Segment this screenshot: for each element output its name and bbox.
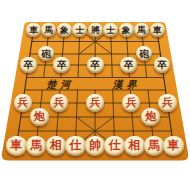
piece-black-cannon[interactable]: 砲 [136,46,152,61]
piece-label: 兵 [162,97,173,108]
piece-label: 兵 [17,97,28,108]
piece-black-soldier[interactable]: 卒 [20,57,37,72]
piece-black-advisor[interactable]: 士 [72,23,87,37]
piece-label: 車 [153,25,162,34]
piece-red-elephant[interactable]: 相 [46,136,67,155]
pieces-layer: 車馬象士將士象馬車砲砲卒卒卒卒卒兵兵兵兵兵炮炮車馬相仕帥仕相馬車 [0,0,190,190]
piece-red-soldier[interactable]: 兵 [122,94,140,111]
piece-black-elephant[interactable]: 象 [119,23,134,37]
piece-black-soldier[interactable]: 卒 [87,57,104,72]
piece-label: 仕 [69,140,81,152]
piece-red-general[interactable]: 帥 [85,136,106,155]
piece-black-horse[interactable]: 馬 [134,23,149,37]
piece-black-general[interactable]: 將 [88,23,103,37]
piece-red-soldier[interactable]: 兵 [86,94,104,111]
piece-red-chariot[interactable]: 車 [163,136,184,155]
piece-label: 車 [29,25,38,34]
piece-red-soldier[interactable]: 兵 [158,94,176,111]
piece-label: 士 [75,25,84,34]
piece-black-horse[interactable]: 馬 [41,23,56,37]
piece-red-horse[interactable]: 馬 [26,136,47,155]
piece-label: 卒 [157,60,167,70]
piece-black-soldier[interactable]: 卒 [120,57,137,72]
piece-label: 車 [11,140,23,152]
piece-red-soldier[interactable]: 兵 [14,94,32,111]
piece-red-cannon[interactable]: 炮 [141,108,160,126]
piece-label: 兵 [54,97,65,108]
piece-label: 帥 [89,140,101,152]
piece-label: 士 [106,25,115,34]
piece-label: 將 [91,25,100,34]
piece-black-chariot[interactable]: 車 [150,23,165,37]
piece-label: 兵 [90,97,101,108]
piece-red-chariot[interactable]: 車 [6,136,27,155]
piece-red-cannon[interactable]: 炮 [30,108,49,126]
piece-label: 卒 [90,60,100,70]
piece-label: 車 [168,140,180,152]
piece-label: 炮 [34,111,45,122]
piece-label: 卒 [57,60,67,70]
piece-black-soldier[interactable]: 卒 [53,57,70,72]
piece-label: 炮 [145,111,156,122]
piece-red-soldier[interactable]: 兵 [50,94,68,111]
piece-black-elephant[interactable]: 象 [57,23,72,37]
piece-label: 砲 [139,49,148,58]
piece-label: 砲 [42,49,51,58]
piece-label: 象 [122,25,131,34]
piece-label: 象 [60,25,69,34]
piece-red-advisor[interactable]: 仕 [65,136,86,155]
piece-red-advisor[interactable]: 仕 [104,136,125,155]
piece-black-cannon[interactable]: 砲 [38,46,54,61]
piece-black-soldier[interactable]: 卒 [154,57,171,72]
piece-label: 馬 [45,25,54,34]
xiangqi-scene: 楚河 漢界 車馬象士將士象馬車砲砲卒卒卒卒卒兵兵兵兵兵炮炮車馬相仕帥仕相馬車 [0,0,190,190]
piece-label: 卒 [24,60,34,70]
piece-red-horse[interactable]: 馬 [144,136,165,155]
piece-label: 相 [50,140,62,152]
piece-label: 馬 [148,140,160,152]
piece-red-elephant[interactable]: 相 [124,136,145,155]
piece-label: 馬 [30,140,42,152]
piece-label: 馬 [137,25,146,34]
piece-black-advisor[interactable]: 士 [103,23,118,37]
piece-label: 兵 [126,97,137,108]
piece-label: 相 [128,140,140,152]
piece-label: 卒 [124,60,134,70]
piece-label: 仕 [109,140,121,152]
piece-black-chariot[interactable]: 車 [26,23,41,37]
